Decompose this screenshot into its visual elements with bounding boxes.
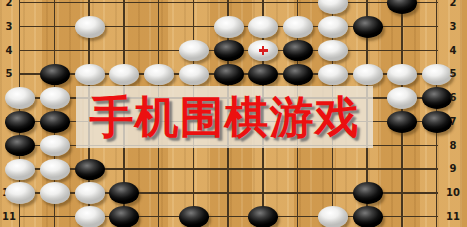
intersection-r4c5[interactable] (142, 39, 177, 63)
white-stone (75, 182, 105, 204)
intersection-r2c2[interactable] (37, 0, 72, 15)
black-stone (109, 206, 139, 227)
intersection-r9c9[interactable] (281, 157, 316, 181)
row-label-right-2: 2 (444, 0, 462, 9)
white-stone (387, 87, 417, 109)
white-stone (353, 64, 383, 86)
intersection-r6c2[interactable] (37, 86, 72, 110)
white-stone (283, 16, 313, 38)
intersection-r10c10[interactable] (315, 181, 350, 205)
intersection-r3c12[interactable] (385, 15, 420, 39)
intersection-r11c1[interactable] (3, 205, 38, 227)
intersection-r4c10[interactable] (315, 39, 350, 63)
white-stone (40, 182, 70, 204)
intersection-r5c5[interactable] (142, 62, 177, 86)
black-stone (214, 40, 244, 62)
intersection-r10c8[interactable] (246, 181, 281, 205)
intersection-r2c4[interactable] (107, 0, 142, 15)
black-stone (387, 111, 417, 133)
intersection-r5c8[interactable] (246, 62, 281, 86)
black-stone (179, 206, 209, 227)
intersection-r3c11[interactable] (350, 15, 385, 39)
intersection-r2c8[interactable] (246, 0, 281, 15)
black-stone (214, 64, 244, 86)
intersection-r2c1[interactable] (3, 0, 38, 15)
black-stone (75, 159, 105, 181)
intersection-r11c9[interactable] (281, 205, 316, 227)
black-stone (353, 182, 383, 204)
black-stone (353, 16, 383, 38)
intersection-r4c7[interactable] (211, 39, 246, 63)
white-stone (318, 0, 348, 14)
intersection-r5c11[interactable] (350, 62, 385, 86)
intersection-r11c8[interactable] (246, 205, 281, 227)
intersection-r10c6[interactable] (176, 181, 211, 205)
row-label-right-10: 10 (444, 187, 462, 199)
white-stone (5, 87, 35, 109)
app-title-text: 手机围棋游戏 (90, 86, 360, 148)
black-stone (283, 40, 313, 62)
intersection-r3c3[interactable] (72, 15, 107, 39)
intersection-r11c4[interactable] (107, 205, 142, 227)
intersection-r7c12[interactable] (385, 110, 420, 134)
intersection-r5c9[interactable] (281, 62, 316, 86)
row-label-right-11: 11 (444, 211, 462, 223)
intersection-r8c2[interactable] (37, 134, 72, 158)
intersection-r5c6[interactable] (176, 62, 211, 86)
intersection-r8c1[interactable] (3, 134, 38, 158)
intersection-r2c6[interactable] (176, 0, 211, 15)
intersection-r9c4[interactable] (107, 157, 142, 181)
black-stone (353, 206, 383, 227)
intersection-r9c1[interactable] (3, 157, 38, 181)
black-stone (387, 0, 417, 14)
white-stone (109, 64, 139, 86)
intersection-r3c6[interactable] (176, 15, 211, 39)
intersection-r11c3[interactable] (72, 205, 107, 227)
intersection-r11c5[interactable] (142, 205, 177, 227)
intersection-r11c10[interactable] (315, 205, 350, 227)
intersection-r11c7[interactable] (211, 205, 246, 227)
intersection-r4c1[interactable] (3, 39, 38, 63)
intersection-r3c1[interactable] (3, 15, 38, 39)
intersection-r9c2[interactable] (37, 157, 72, 181)
intersection-r4c3[interactable] (72, 39, 107, 63)
intersection-r5c7[interactable] (211, 62, 246, 86)
white-stone (5, 159, 35, 181)
go-app-screenshot: 234567891011 234567891011 手机围棋游戏 (0, 0, 467, 227)
row-label-right-3: 3 (444, 21, 462, 33)
white-stone (75, 64, 105, 86)
title-banner: 手机围棋游戏 (76, 86, 373, 148)
white-stone (40, 87, 70, 109)
intersection-r3c8[interactable] (246, 15, 281, 39)
intersection-r10c3[interactable] (72, 181, 107, 205)
intersection-r10c1[interactable] (3, 181, 38, 205)
intersection-r3c7[interactable] (211, 15, 246, 39)
white-stone (248, 40, 278, 62)
black-stone (283, 64, 313, 86)
row-label-right-9: 9 (444, 163, 462, 175)
white-stone (144, 64, 174, 86)
intersection-r9c12[interactable] (385, 157, 420, 181)
black-stone (5, 111, 35, 133)
intersection-r11c11[interactable] (350, 205, 385, 227)
white-stone (40, 135, 70, 157)
intersection-r9c8[interactable] (246, 157, 281, 181)
white-stone (318, 206, 348, 227)
intersection-r5c4[interactable] (107, 62, 142, 86)
intersection-r9c7[interactable] (211, 157, 246, 181)
white-stone (318, 40, 348, 62)
intersection-r7c1[interactable] (3, 110, 38, 134)
intersection-r10c7[interactable] (211, 181, 246, 205)
intersection-r3c4[interactable] (107, 15, 142, 39)
intersection-r4c4[interactable] (107, 39, 142, 63)
row-label-right-4: 4 (444, 45, 462, 57)
intersection-r2c3[interactable] (72, 0, 107, 15)
intersection-r5c3[interactable] (72, 62, 107, 86)
intersection-r11c12[interactable] (385, 205, 420, 227)
black-stone (109, 182, 139, 204)
intersection-r2c9[interactable] (281, 0, 316, 15)
last-move-cross-icon (259, 46, 268, 55)
intersection-r3c5[interactable] (142, 15, 177, 39)
row-label-right-8: 8 (444, 140, 462, 152)
intersection-r5c12[interactable] (385, 62, 420, 86)
intersection-r10c11[interactable] (350, 181, 385, 205)
intersection-r7c2[interactable] (37, 110, 72, 134)
intersection-r2c11[interactable] (350, 0, 385, 15)
intersection-r4c2[interactable] (37, 39, 72, 63)
intersection-r6c12[interactable] (385, 86, 420, 110)
intersection-r9c10[interactable] (315, 157, 350, 181)
row-label-right-6: 6 (444, 92, 462, 104)
black-stone (40, 111, 70, 133)
intersection-r9c3[interactable] (72, 157, 107, 181)
intersection-r2c5[interactable] (142, 0, 177, 15)
black-stone (248, 206, 278, 227)
intersection-r4c9[interactable] (281, 39, 316, 63)
black-stone (248, 64, 278, 86)
intersection-r5c2[interactable] (37, 62, 72, 86)
intersection-r5c1[interactable] (3, 62, 38, 86)
intersection-r10c4[interactable] (107, 181, 142, 205)
intersection-r4c11[interactable] (350, 39, 385, 63)
white-stone (75, 16, 105, 38)
intersection-r9c11[interactable] (350, 157, 385, 181)
white-stone (179, 40, 209, 62)
intersection-r9c5[interactable] (142, 157, 177, 181)
row-label-right-7: 7 (444, 116, 462, 128)
intersection-r9c6[interactable] (176, 157, 211, 181)
white-stone (5, 182, 35, 204)
intersection-r5c10[interactable] (315, 62, 350, 86)
black-stone (5, 135, 35, 157)
intersection-r4c8[interactable] (246, 39, 281, 63)
intersection-r3c2[interactable] (37, 15, 72, 39)
white-stone (248, 16, 278, 38)
intersection-r11c2[interactable] (37, 205, 72, 227)
black-stone (40, 64, 70, 86)
white-stone (387, 64, 417, 86)
intersection-r3c10[interactable] (315, 15, 350, 39)
intersection-r2c7[interactable] (211, 0, 246, 15)
intersection-r2c10[interactable] (315, 0, 350, 15)
intersection-r10c5[interactable] (142, 181, 177, 205)
intersection-r8c12[interactable] (385, 134, 420, 158)
white-stone (318, 16, 348, 38)
intersection-r10c2[interactable] (37, 181, 72, 205)
row-label-right-5: 5 (444, 68, 462, 80)
white-stone (40, 159, 70, 181)
intersection-r6c1[interactable] (3, 86, 38, 110)
intersection-r10c9[interactable] (281, 181, 316, 205)
intersection-r10c12[interactable] (385, 181, 420, 205)
intersection-r4c6[interactable] (176, 39, 211, 63)
white-stone (318, 64, 348, 86)
white-stone (179, 64, 209, 86)
intersection-r3c9[interactable] (281, 15, 316, 39)
white-stone (214, 16, 244, 38)
intersection-r4c12[interactable] (385, 39, 420, 63)
intersection-r11c6[interactable] (176, 205, 211, 227)
intersection-r2c12[interactable] (385, 0, 420, 15)
white-stone (75, 206, 105, 227)
